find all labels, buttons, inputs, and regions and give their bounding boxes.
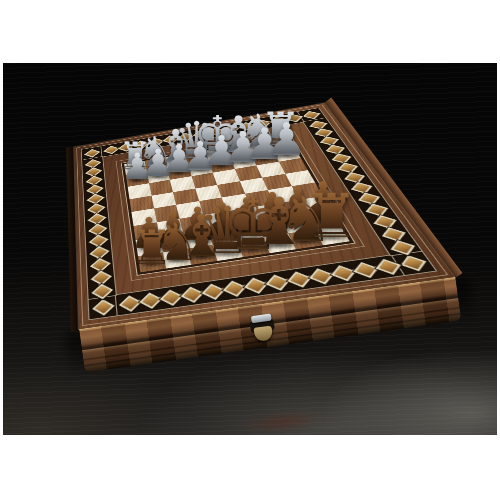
square-a1 xyxy=(138,252,166,272)
inlay-diamond xyxy=(390,240,415,255)
inlay-diamond xyxy=(353,262,378,278)
inlay-diamond xyxy=(223,280,247,296)
inlay-diamond xyxy=(139,292,162,308)
inlay-diamond xyxy=(302,111,320,119)
inlay-diamond xyxy=(265,274,289,290)
inlay-diamond xyxy=(309,268,334,284)
inlay-diamond xyxy=(244,277,268,293)
inlay-diamond xyxy=(160,289,183,305)
inlay-diamond xyxy=(331,265,356,281)
chess-board xyxy=(122,135,355,275)
inlay-diamond xyxy=(365,204,388,217)
inlay-diamond xyxy=(350,182,372,194)
inlay-diamond xyxy=(381,227,405,241)
inlay-diamond xyxy=(373,215,396,229)
inlay-diamond xyxy=(92,299,115,316)
inlay-diamond xyxy=(201,283,225,299)
inlay-diamond xyxy=(119,295,142,311)
inlay-diamond xyxy=(285,114,303,122)
inlay-diamond xyxy=(181,286,204,302)
inlay-diamond xyxy=(337,163,357,174)
inlay-diamond xyxy=(287,271,311,287)
inlay-diamond xyxy=(358,193,380,205)
inlay-diamond xyxy=(344,172,365,183)
inlay-band-left xyxy=(81,156,117,300)
lid-latch xyxy=(249,313,277,348)
inlay-diamond xyxy=(400,255,425,271)
latch-hasp xyxy=(254,326,274,342)
chess-set-photo: ♜♞♝♛♚♝♞♜♟♟♟♟♟♟♟♟♟♟♟♟♟♟♟♟♜♞♝♛♚♝♞♜ xyxy=(3,63,497,435)
